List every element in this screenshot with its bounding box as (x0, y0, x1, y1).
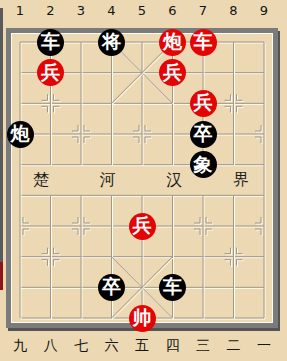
screen-edge-artifact-red (0, 262, 3, 290)
file-labels-top: 123456789 (0, 2, 287, 22)
piece-black-chariot[interactable]: 车 (37, 29, 64, 56)
file-label-bottom-3: 七 (70, 336, 92, 354)
file-labels-bottom: 九八七六五四三二一 (0, 336, 287, 356)
file-label-top-6: 6 (162, 2, 184, 20)
piece-black-cannon[interactable]: 炮 (7, 121, 34, 148)
piece-black-general[interactable]: 将 (98, 29, 125, 56)
file-label-bottom-6: 四 (162, 336, 184, 354)
file-label-bottom-8: 二 (223, 336, 245, 354)
piece-black-soldier[interactable]: 卒 (190, 121, 217, 148)
piece-red-soldier[interactable]: 兵 (190, 90, 217, 117)
file-label-top-3: 3 (70, 2, 92, 20)
piece-red-cannon[interactable]: 炮 (159, 29, 186, 56)
file-label-top-1: 1 (9, 2, 31, 20)
file-label-top-2: 2 (40, 2, 62, 20)
board[interactable]: 楚 河 汉 界 车将炮车兵兵兵炮卒象兵卒车帅 (11, 33, 273, 323)
file-label-bottom-2: 八 (40, 336, 62, 354)
file-label-top-5: 5 (131, 2, 153, 20)
piece-red-soldier[interactable]: 兵 (129, 213, 156, 240)
piece-red-general[interactable]: 帅 (129, 305, 156, 332)
piece-black-soldier[interactable]: 卒 (98, 274, 125, 301)
xiangqi-screen: 123456789 楚 河 汉 界 车将炮车兵兵兵炮卒象兵卒车帅 九八七六五四三… (0, 0, 287, 361)
piece-red-soldier[interactable]: 兵 (159, 59, 186, 86)
file-label-top-9: 9 (253, 2, 275, 20)
file-label-top-4: 4 (101, 2, 123, 20)
file-label-bottom-9: 一 (253, 336, 275, 354)
board-frame: 楚 河 汉 界 车将炮车兵兵兵炮卒象兵卒车帅 (6, 28, 278, 328)
file-label-bottom-1: 九 (9, 336, 31, 354)
pieces-layer: 车将炮车兵兵兵炮卒象兵卒车帅 (20, 42, 264, 318)
file-label-bottom-7: 三 (192, 336, 214, 354)
piece-red-soldier[interactable]: 兵 (37, 59, 64, 86)
board-grid-layer: 楚 河 汉 界 车将炮车兵兵兵炮卒象兵卒车帅 (20, 42, 264, 318)
file-label-bottom-4: 六 (101, 336, 123, 354)
piece-black-chariot[interactable]: 车 (159, 274, 186, 301)
screen-edge-artifact (0, 8, 3, 262)
file-label-top-8: 8 (223, 2, 245, 20)
piece-red-chariot[interactable]: 车 (190, 29, 217, 56)
file-label-top-7: 7 (192, 2, 214, 20)
piece-black-elephant[interactable]: 象 (190, 151, 217, 178)
file-label-bottom-5: 五 (131, 336, 153, 354)
